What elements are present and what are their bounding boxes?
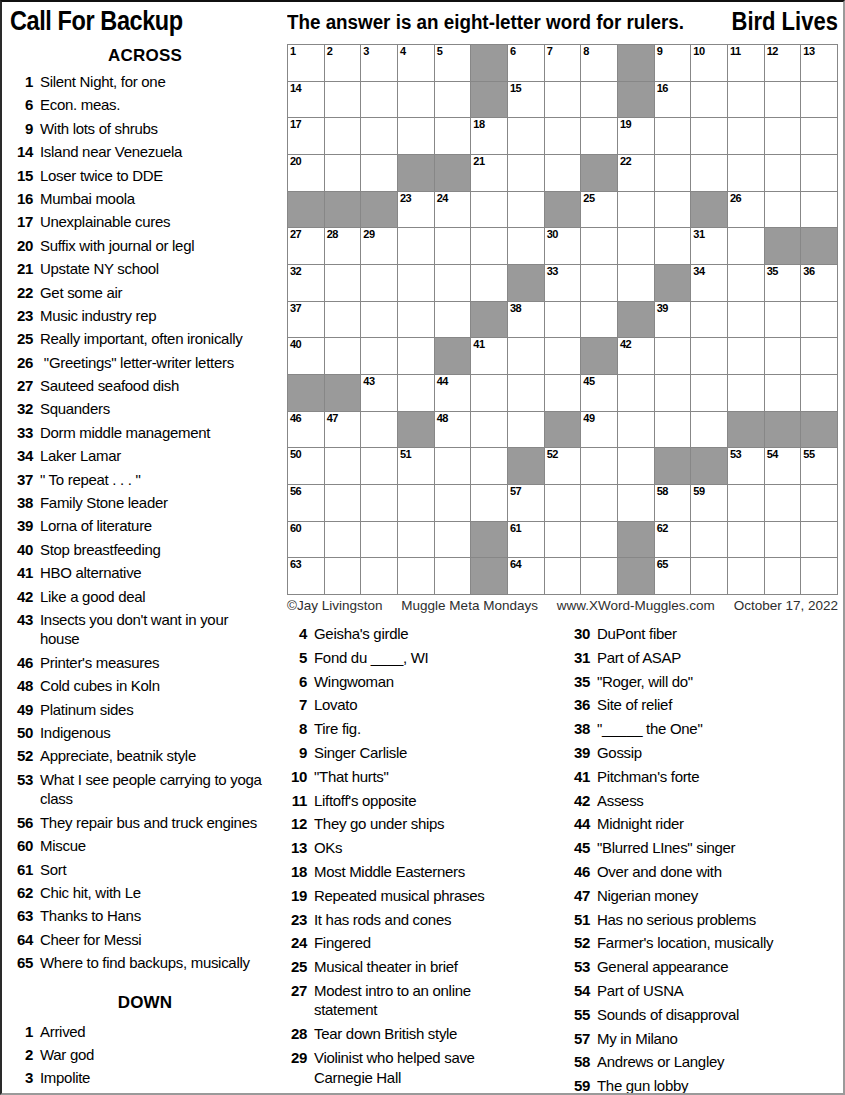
- clue-item[interactable]: 42Like a good deal: [10, 587, 280, 607]
- grid-cell[interactable]: [325, 82, 361, 118]
- grid-cell[interactable]: 22: [618, 155, 654, 191]
- grid-cell[interactable]: [691, 118, 727, 154]
- grid-cell[interactable]: 49: [581, 412, 617, 448]
- grid-cell[interactable]: [581, 118, 617, 154]
- grid-cell[interactable]: [545, 485, 581, 521]
- grid-cell[interactable]: [728, 338, 764, 374]
- clue-item[interactable]: 6Wingwoman: [285, 672, 557, 692]
- clue-item[interactable]: 8Tire fig.: [285, 719, 557, 739]
- clue-number: 50: [10, 723, 40, 743]
- clue-item[interactable]: 36Site of relief: [562, 695, 842, 715]
- clue-item[interactable]: 38Family Stone leader: [10, 493, 280, 513]
- clue-number: 25: [10, 329, 40, 349]
- website-url: www.XWord-Muggles.com: [557, 598, 715, 613]
- grid-cell[interactable]: 7: [545, 45, 581, 81]
- grid-cell[interactable]: [581, 558, 617, 594]
- grid-cell[interactable]: [765, 82, 801, 118]
- clue-number: 46: [10, 653, 40, 673]
- clue-item[interactable]: 45"Blurred LInes" singer: [562, 838, 842, 858]
- grid-cell[interactable]: [435, 228, 471, 264]
- cell-number: 7: [547, 45, 553, 58]
- grid-cell[interactable]: [435, 118, 471, 154]
- grid-cell[interactable]: [471, 192, 507, 228]
- grid-cell[interactable]: [361, 485, 397, 521]
- grid-cell[interactable]: 56: [288, 485, 324, 521]
- cell-number: 59: [693, 485, 704, 498]
- blocked-cell: [325, 375, 361, 411]
- grid-cell[interactable]: 28: [325, 228, 361, 264]
- clue-number: 61: [10, 860, 40, 880]
- clue-item[interactable]: 48Cold cubes in Koln: [10, 676, 280, 696]
- clue-item[interactable]: 5Fond du ____, WI: [285, 648, 557, 668]
- blocked-cell: [325, 192, 361, 228]
- grid-cell[interactable]: [765, 338, 801, 374]
- clue-item[interactable]: 44Midnight rider: [562, 814, 842, 834]
- grid-cell[interactable]: [398, 338, 434, 374]
- grid-cell[interactable]: 36: [801, 265, 837, 301]
- clue-item[interactable]: 59The gun lobby: [562, 1076, 842, 1095]
- grid-cell[interactable]: [361, 118, 397, 154]
- cell-number: 5: [437, 45, 443, 58]
- clue-item[interactable]: 43Insects you don't want in your house: [10, 610, 280, 649]
- clue-number: 7: [285, 695, 314, 715]
- grid-cell[interactable]: [765, 485, 801, 521]
- clue-item[interactable]: 3Impolite: [10, 1068, 280, 1088]
- grid-cell[interactable]: [325, 448, 361, 484]
- grid-cell[interactable]: 29: [361, 228, 397, 264]
- grid-cell[interactable]: 8: [581, 45, 617, 81]
- clue-item[interactable]: 12They go under ships: [285, 814, 557, 834]
- grid-cell[interactable]: [765, 558, 801, 594]
- clue-item[interactable]: 15Loser twice to DDE: [10, 166, 280, 186]
- clue-item[interactable]: 62Chic hit, with Le: [10, 883, 280, 903]
- grid-cell[interactable]: [545, 118, 581, 154]
- clue-item[interactable]: 60Miscue: [10, 836, 280, 856]
- grid-cell[interactable]: [765, 302, 801, 338]
- clue-item[interactable]: 54Part of USNA: [562, 981, 842, 1001]
- grid-cell[interactable]: [765, 192, 801, 228]
- clue-item[interactable]: 46Printer's measures: [10, 653, 280, 673]
- grid-cell[interactable]: 54: [765, 448, 801, 484]
- clue-item[interactable]: 16Mumbai moola: [10, 189, 280, 209]
- grid-cell[interactable]: [728, 265, 764, 301]
- grid-cell[interactable]: [471, 228, 507, 264]
- grid-cell[interactable]: 62: [655, 522, 691, 558]
- grid-cell[interactable]: [435, 522, 471, 558]
- clue-item[interactable]: 35"Roger, will do": [562, 672, 842, 692]
- clue-item[interactable]: 6Econ. meas.: [10, 95, 280, 115]
- clue-item[interactable]: 24Fingered: [285, 933, 557, 953]
- grid-cell[interactable]: [801, 485, 837, 521]
- crossword-grid[interactable]: 1234567891011121314151617181920212223242…: [287, 44, 838, 595]
- grid-cell[interactable]: 53: [728, 448, 764, 484]
- clue-item[interactable]: 1Silent Night, for one: [10, 72, 280, 92]
- grid-cell[interactable]: 63: [288, 558, 324, 594]
- grid-cell[interactable]: 31: [691, 228, 727, 264]
- grid-cell[interactable]: [471, 485, 507, 521]
- clue-item[interactable]: 26 "Greetings" letter-writer letters: [10, 353, 280, 373]
- clue-item[interactable]: 42Assess: [562, 791, 842, 811]
- clue-item[interactable]: 19Repeated musical phrases: [285, 886, 557, 906]
- grid-cell[interactable]: 25: [581, 192, 617, 228]
- grid-cell[interactable]: 17: [288, 118, 324, 154]
- grid-cell[interactable]: [618, 192, 654, 228]
- credits-line: ©Jay Livingston Muggle Meta Mondays www.…: [287, 598, 838, 613]
- grid-cell[interactable]: [618, 375, 654, 411]
- grid-cell[interactable]: [361, 155, 397, 191]
- grid-cell[interactable]: [545, 82, 581, 118]
- grid-cell[interactable]: [581, 522, 617, 558]
- grid-cell[interactable]: [801, 118, 837, 154]
- grid-cell[interactable]: 14: [288, 82, 324, 118]
- grid-cell[interactable]: [801, 338, 837, 374]
- grid-cell[interactable]: 48: [435, 412, 471, 448]
- clue-item[interactable]: 30DuPont fiber: [562, 624, 842, 644]
- grid-cell[interactable]: 3: [361, 45, 397, 81]
- grid-cell[interactable]: 44: [435, 375, 471, 411]
- grid-cell[interactable]: [508, 412, 544, 448]
- grid-cell[interactable]: [765, 375, 801, 411]
- clue-item[interactable]: 39Lorna of literature: [10, 516, 280, 536]
- grid-cell[interactable]: [728, 228, 764, 264]
- grid-cell[interactable]: 37: [288, 302, 324, 338]
- clue-item[interactable]: 23Music industry rep: [10, 306, 280, 326]
- grid-cell[interactable]: [398, 485, 434, 521]
- grid-cell[interactable]: [545, 558, 581, 594]
- grid-cell[interactable]: [728, 118, 764, 154]
- grid-cell[interactable]: 51: [398, 448, 434, 484]
- grid-cell[interactable]: [325, 522, 361, 558]
- grid-cell[interactable]: [801, 302, 837, 338]
- grid-cell[interactable]: [691, 338, 727, 374]
- grid-cell[interactable]: [691, 302, 727, 338]
- grid-cell[interactable]: 43: [361, 375, 397, 411]
- clue-item[interactable]: 65Where to find backups, musically: [10, 953, 280, 973]
- grid-cell[interactable]: [398, 265, 434, 301]
- clue-item[interactable]: 51Has no serious problems: [562, 910, 842, 930]
- clue-item[interactable]: 27Sauteed seafood dish: [10, 376, 280, 396]
- grid-cell[interactable]: 64: [508, 558, 544, 594]
- clue-item[interactable]: 7Lovato: [285, 695, 557, 715]
- grid-cell[interactable]: [398, 558, 434, 594]
- grid-cell[interactable]: 45: [581, 375, 617, 411]
- grid-cell[interactable]: 60: [288, 522, 324, 558]
- grid-cell[interactable]: 20: [288, 155, 324, 191]
- grid-cell[interactable]: [508, 192, 544, 228]
- grid-cell[interactable]: [508, 118, 544, 154]
- grid-cell[interactable]: [435, 485, 471, 521]
- grid-cell[interactable]: 6: [508, 45, 544, 81]
- clue-item[interactable]: 11Liftoff's opposite: [285, 791, 557, 811]
- grid-cell[interactable]: [691, 155, 727, 191]
- clue-item[interactable]: 49Platinum sides: [10, 700, 280, 720]
- grid-cell[interactable]: [581, 265, 617, 301]
- clue-item[interactable]: 38"_____ the One": [562, 719, 842, 739]
- clue-number: 22: [10, 283, 40, 303]
- clue-number: 60: [10, 836, 40, 856]
- grid-cell[interactable]: [728, 302, 764, 338]
- grid-cell[interactable]: [728, 375, 764, 411]
- grid-cell[interactable]: 10: [691, 45, 727, 81]
- grid-cell[interactable]: [325, 485, 361, 521]
- grid-cell[interactable]: [508, 375, 544, 411]
- grid-cell[interactable]: 1: [288, 45, 324, 81]
- grid-cell[interactable]: 2: [325, 45, 361, 81]
- clue-item[interactable]: 25Really important, often ironically: [10, 329, 280, 349]
- grid-cell[interactable]: [618, 412, 654, 448]
- clue-item[interactable]: 1Arrived: [10, 1022, 280, 1042]
- grid-cell[interactable]: 19: [618, 118, 654, 154]
- grid-cell[interactable]: 57: [508, 485, 544, 521]
- grid-cell[interactable]: [545, 375, 581, 411]
- grid-cell[interactable]: [691, 558, 727, 594]
- grid-cell[interactable]: [581, 448, 617, 484]
- grid-cell[interactable]: 23: [398, 192, 434, 228]
- grid-cell[interactable]: 59: [691, 485, 727, 521]
- grid-cell[interactable]: [691, 412, 727, 448]
- grid-cell[interactable]: [398, 522, 434, 558]
- grid-cell[interactable]: [508, 155, 544, 191]
- grid-cell[interactable]: [545, 522, 581, 558]
- clue-item[interactable]: 13OKs: [285, 838, 557, 858]
- clue-item[interactable]: 9With lots of shrubs: [10, 119, 280, 139]
- clue-number: 34: [10, 446, 40, 466]
- grid-cell[interactable]: [728, 522, 764, 558]
- blocked-cell: [471, 45, 507, 81]
- grid-cell[interactable]: [398, 302, 434, 338]
- grid-cell[interactable]: 42: [618, 338, 654, 374]
- clue-item[interactable]: 14Island near Venezuela: [10, 142, 280, 162]
- grid-cell[interactable]: [325, 302, 361, 338]
- clue-item[interactable]: 41Pitchman's forte: [562, 767, 842, 787]
- grid-cell[interactable]: [471, 265, 507, 301]
- down-clue-list-3: 30DuPont fiber31Part of ASAP35"Roger, wi…: [562, 624, 842, 1095]
- grid-cell[interactable]: 9: [655, 45, 691, 81]
- grid-cell[interactable]: 35: [765, 265, 801, 301]
- grid-cell[interactable]: [435, 302, 471, 338]
- cell-number: 6: [510, 45, 516, 58]
- grid-cell[interactable]: [361, 448, 397, 484]
- grid-cell[interactable]: [801, 522, 837, 558]
- grid-cell[interactable]: 61: [508, 522, 544, 558]
- grid-cell[interactable]: 39: [655, 302, 691, 338]
- grid-cell[interactable]: [728, 82, 764, 118]
- grid-cell[interactable]: [618, 228, 654, 264]
- grid-cell[interactable]: [581, 302, 617, 338]
- grid-cell[interactable]: 50: [288, 448, 324, 484]
- clue-item[interactable]: 29Violinist who helped save Carnegie Hal…: [285, 1048, 557, 1087]
- clue-text: Mumbai moola: [40, 189, 135, 209]
- clue-item[interactable]: 47Nigerian money: [562, 886, 842, 906]
- grid-cell[interactable]: 24: [435, 192, 471, 228]
- clue-text: War god: [40, 1045, 94, 1065]
- clue-text: Violinist who helped save Carnegie Hall: [314, 1048, 475, 1087]
- clue-item[interactable]: 21Upstate NY school: [10, 259, 280, 279]
- grid-cell[interactable]: [508, 338, 544, 374]
- grid-cell[interactable]: 47: [325, 412, 361, 448]
- clue-item[interactable]: 23It has rods and cones: [285, 910, 557, 930]
- clue-number: 23: [10, 306, 40, 326]
- clue-item[interactable]: 2War god: [10, 1045, 280, 1065]
- clue-number: 42: [10, 587, 40, 607]
- grid-cell[interactable]: 27: [288, 228, 324, 264]
- grid-cell[interactable]: [325, 155, 361, 191]
- grid-cell[interactable]: 33: [545, 265, 581, 301]
- grid-cell[interactable]: [801, 558, 837, 594]
- clue-text: Thanks to Hans: [40, 906, 141, 926]
- clue-item[interactable]: 64Cheer for Messi: [10, 930, 280, 950]
- clue-item[interactable]: 50Indigenous: [10, 723, 280, 743]
- grid-cell[interactable]: [361, 412, 397, 448]
- grid-cell[interactable]: 40: [288, 338, 324, 374]
- grid-cell[interactable]: 15: [508, 82, 544, 118]
- grid-cell[interactable]: [728, 485, 764, 521]
- grid-cell[interactable]: [471, 412, 507, 448]
- grid-cell[interactable]: 65: [655, 558, 691, 594]
- grid-cell[interactable]: [801, 375, 837, 411]
- grid-cell[interactable]: 38: [508, 302, 544, 338]
- grid-cell[interactable]: [655, 412, 691, 448]
- clue-item[interactable]: 52Appreciate, beatnik style: [10, 746, 280, 766]
- grid-cell[interactable]: [508, 228, 544, 264]
- grid-cell[interactable]: [398, 118, 434, 154]
- clue-item[interactable]: 20Suffix with journal or legl: [10, 236, 280, 256]
- grid-cell[interactable]: [581, 485, 617, 521]
- blocked-cell: [398, 412, 434, 448]
- clue-text: Unexplainable cures: [40, 212, 170, 232]
- grid-cell[interactable]: 58: [655, 485, 691, 521]
- grid-cell[interactable]: [435, 265, 471, 301]
- cell-number: 23: [400, 192, 411, 205]
- grid-cell[interactable]: [691, 82, 727, 118]
- grid-cell[interactable]: [545, 338, 581, 374]
- grid-cell[interactable]: [471, 375, 507, 411]
- grid-cell[interactable]: 18: [471, 118, 507, 154]
- cell-number: 26: [730, 192, 741, 205]
- clue-item[interactable]: 40Stop breastfeeding: [10, 540, 280, 560]
- grid-cell[interactable]: [801, 82, 837, 118]
- grid-cell[interactable]: [655, 155, 691, 191]
- clue-item[interactable]: 18Most Middle Easterners: [285, 862, 557, 882]
- grid-cell[interactable]: 41: [471, 338, 507, 374]
- grid-cell[interactable]: [655, 375, 691, 411]
- grid-cell[interactable]: 52: [545, 448, 581, 484]
- grid-cell[interactable]: 55: [801, 448, 837, 484]
- grid-cell[interactable]: 34: [691, 265, 727, 301]
- clue-item[interactable]: 41HBO alternative: [10, 563, 280, 583]
- grid-cell[interactable]: [655, 118, 691, 154]
- clue-item[interactable]: 57My in Milano: [562, 1029, 842, 1049]
- grid-cell[interactable]: 46: [288, 412, 324, 448]
- grid-cell[interactable]: [361, 82, 397, 118]
- grid-cell[interactable]: [545, 302, 581, 338]
- grid-cell[interactable]: 5: [435, 45, 471, 81]
- clue-item[interactable]: 56They repair bus and truck engines: [10, 813, 280, 833]
- clue-item[interactable]: 4Geisha's girdle: [285, 624, 557, 644]
- grid-cell[interactable]: [325, 558, 361, 594]
- grid-cell[interactable]: 16: [655, 82, 691, 118]
- grid-cell[interactable]: [361, 522, 397, 558]
- grid-cell[interactable]: [325, 118, 361, 154]
- grid-cell[interactable]: [618, 485, 654, 521]
- clue-item[interactable]: 58Andrews or Langley: [562, 1052, 842, 1072]
- grid-cell[interactable]: [545, 155, 581, 191]
- clue-item[interactable]: 55Sounds of disapproval: [562, 1005, 842, 1025]
- clue-item[interactable]: 46Over and done with: [562, 862, 842, 882]
- grid-cell[interactable]: [435, 558, 471, 594]
- clue-item[interactable]: 10"That hurts": [285, 767, 557, 787]
- clue-item[interactable]: 37" To repeat . . . ": [10, 470, 280, 490]
- clue-item[interactable]: 22Get some air: [10, 283, 280, 303]
- grid-cell[interactable]: 12: [765, 45, 801, 81]
- clue-item[interactable]: 28Tear down British style: [285, 1024, 557, 1044]
- grid-cell[interactable]: 30: [545, 228, 581, 264]
- grid-cell[interactable]: 26: [728, 192, 764, 228]
- grid-cell[interactable]: [398, 375, 434, 411]
- grid-cell[interactable]: 13: [801, 45, 837, 81]
- grid-cell[interactable]: [398, 82, 434, 118]
- grid-cell[interactable]: [581, 228, 617, 264]
- clue-item[interactable]: 27Modest intro to an online statement: [285, 981, 557, 1020]
- clue-item[interactable]: 61Sort: [10, 860, 280, 880]
- grid-cell[interactable]: [325, 265, 361, 301]
- grid-cell[interactable]: [728, 558, 764, 594]
- grid-cell[interactable]: [361, 265, 397, 301]
- grid-cell[interactable]: [728, 155, 764, 191]
- clue-item[interactable]: 63Thanks to Hans: [10, 906, 280, 926]
- clue-item[interactable]: 33Dorm middle management: [10, 423, 280, 443]
- clue-item[interactable]: 25Musical theater in brief: [285, 957, 557, 977]
- grid-cell[interactable]: [435, 448, 471, 484]
- grid-cell[interactable]: [361, 558, 397, 594]
- grid-cell[interactable]: 11: [728, 45, 764, 81]
- clue-item[interactable]: 52Farmer's location, musically: [562, 933, 842, 953]
- grid-cell[interactable]: [801, 192, 837, 228]
- grid-cell[interactable]: 4: [398, 45, 434, 81]
- clue-item[interactable]: 34Laker Lamar: [10, 446, 280, 466]
- grid-cell[interactable]: [655, 192, 691, 228]
- grid-cell[interactable]: [361, 302, 397, 338]
- grid-cell[interactable]: [361, 338, 397, 374]
- clue-item[interactable]: 32Squanders: [10, 399, 280, 419]
- grid-cell[interactable]: [618, 265, 654, 301]
- grid-cell[interactable]: [398, 228, 434, 264]
- grid-cell[interactable]: [435, 82, 471, 118]
- grid-cell[interactable]: [581, 82, 617, 118]
- grid-cell[interactable]: [765, 155, 801, 191]
- clue-item[interactable]: 53General appearance: [562, 957, 842, 977]
- grid-cell[interactable]: [765, 118, 801, 154]
- grid-cell[interactable]: 32: [288, 265, 324, 301]
- clue-item[interactable]: 9Singer Carlisle: [285, 743, 557, 763]
- grid-cell[interactable]: [655, 338, 691, 374]
- clue-item[interactable]: 17Unexplainable cures: [10, 212, 280, 232]
- grid-cell[interactable]: [655, 228, 691, 264]
- clue-text: Most Middle Easterners: [314, 862, 465, 882]
- clue-text: Impolite: [40, 1068, 90, 1088]
- grid-cell[interactable]: [618, 448, 654, 484]
- grid-cell[interactable]: [325, 338, 361, 374]
- grid-cell[interactable]: 21: [471, 155, 507, 191]
- grid-cell[interactable]: [471, 448, 507, 484]
- clue-item[interactable]: 39Gossip: [562, 743, 842, 763]
- clue-item[interactable]: 53What I see people carrying to yoga cla…: [10, 770, 280, 809]
- clue-item[interactable]: 31Part of ASAP: [562, 648, 842, 668]
- grid-cell[interactable]: [691, 375, 727, 411]
- grid-cell[interactable]: [691, 522, 727, 558]
- grid-cell[interactable]: [801, 155, 837, 191]
- grid-cell[interactable]: [765, 522, 801, 558]
